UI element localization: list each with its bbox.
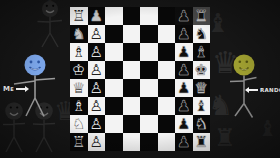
chess-piece[interactable]: ♟ — [177, 26, 190, 41]
chess-piece[interactable]: ♝ — [195, 98, 208, 113]
chess-piece[interactable]: ♙ — [90, 26, 103, 41]
chess-piece[interactable]: ♝ — [195, 44, 208, 59]
board-square[interactable] — [158, 115, 176, 133]
board-square[interactable]: ♟ — [175, 43, 193, 61]
board-square[interactable] — [123, 7, 141, 25]
board-square[interactable] — [140, 7, 158, 25]
board-square[interactable] — [140, 25, 158, 43]
chess-piece[interactable]: ♟ — [177, 98, 190, 113]
chess-piece[interactable]: ♙ — [90, 62, 103, 77]
chess-piece[interactable]: ♙ — [90, 98, 103, 113]
board-square[interactable]: ♗ — [70, 43, 88, 61]
board-square[interactable] — [158, 97, 176, 115]
board-square[interactable]: ♟ — [175, 97, 193, 115]
board-square[interactable]: ♘ — [70, 115, 88, 133]
board-square[interactable] — [123, 97, 141, 115]
chess-piece[interactable]: ♟ — [177, 80, 190, 95]
game-screen: ♝♛♞♜♛♟♝ — [0, 0, 280, 158]
board-square[interactable] — [105, 7, 123, 25]
chess-piece[interactable]: ♙ — [90, 80, 103, 95]
board-square[interactable]: ♟ — [175, 25, 193, 43]
board-square[interactable] — [140, 133, 158, 151]
board-square[interactable]: ♟ — [175, 79, 193, 97]
board-square[interactable]: ♕ — [70, 79, 88, 97]
chess-piece[interactable]: ♖ — [72, 8, 85, 23]
board-square[interactable]: ♙ — [88, 97, 106, 115]
board-square[interactable] — [123, 79, 141, 97]
player-left-figure — [10, 48, 60, 120]
label-random-text: RANDOM — [260, 87, 280, 93]
chess-piece[interactable]: ♕ — [72, 80, 85, 95]
board-square[interactable] — [123, 115, 141, 133]
board-square[interactable]: ♙ — [88, 61, 106, 79]
board-square[interactable]: ♝ — [193, 43, 211, 61]
chess-piece[interactable]: ♜ — [195, 8, 208, 23]
board-square[interactable]: ♟ — [175, 61, 193, 79]
board-square[interactable] — [158, 25, 176, 43]
board-square[interactable] — [105, 61, 123, 79]
board-square[interactable] — [105, 25, 123, 43]
board-square[interactable] — [105, 79, 123, 97]
board-square[interactable] — [140, 97, 158, 115]
board-square[interactable]: ♝ — [193, 97, 211, 115]
board-square[interactable] — [123, 43, 141, 61]
board-square[interactable]: ♗ — [70, 97, 88, 115]
label-me: Me — [3, 85, 25, 93]
blue-head — [25, 55, 46, 76]
chess-piece[interactable]: ♚ — [195, 62, 208, 77]
decorative-stick-figure — [38, 1, 63, 47]
board-square[interactable]: ♙ — [88, 43, 106, 61]
board-square[interactable]: ♖ — [70, 7, 88, 25]
board-square[interactable]: ♔ — [70, 61, 88, 79]
board-square[interactable] — [105, 43, 123, 61]
board-square[interactable]: ♜ — [193, 133, 211, 151]
chess-piece[interactable]: ♟ — [177, 116, 190, 131]
board-square[interactable] — [105, 133, 123, 151]
board-square[interactable] — [140, 79, 158, 97]
board-square[interactable] — [123, 61, 141, 79]
chess-piece[interactable]: ♘ — [72, 116, 85, 131]
board-square[interactable] — [158, 43, 176, 61]
chess-piece[interactable]: ♟ — [177, 62, 190, 77]
board-square[interactable]: ♙ — [88, 25, 106, 43]
chess-piece[interactable]: ♖ — [72, 134, 85, 149]
board-square[interactable]: ♟ — [175, 115, 193, 133]
chess-board[interactable]: ♖♟♟♜♞♙♟♞♗♙♟♝♔♙♟♚♕♙♟♛♗♙♟♝♘♙♟♞♖♙♟♜ — [70, 7, 210, 151]
chess-piece[interactable]: ♟ — [177, 8, 190, 23]
board-square[interactable] — [140, 43, 158, 61]
board-square[interactable]: ♞ — [193, 25, 211, 43]
board-square[interactable] — [140, 61, 158, 79]
chess-piece[interactable]: ♙ — [90, 44, 103, 59]
board-square[interactable]: ♟ — [175, 7, 193, 25]
chess-piece[interactable]: ♞ — [195, 26, 208, 41]
arrow-left-icon — [249, 89, 258, 91]
chess-piece[interactable]: ♞ — [195, 116, 208, 131]
board-square[interactable]: ♟ — [175, 133, 193, 151]
chess-piece[interactable]: ♛ — [195, 80, 208, 95]
board-square[interactable]: ♟ — [88, 7, 106, 25]
board-square[interactable]: ♖ — [70, 133, 88, 151]
label-me-text: Me — [3, 85, 14, 93]
green-head — [234, 55, 255, 76]
board-square[interactable] — [158, 79, 176, 97]
board-square[interactable] — [105, 115, 123, 133]
chess-piece[interactable]: ♟ — [177, 134, 190, 149]
chess-piece[interactable]: ♙ — [90, 116, 103, 131]
arrow-right-icon — [16, 88, 25, 90]
chess-piece[interactable]: ♞ — [72, 26, 85, 41]
chess-piece[interactable]: ♜ — [195, 134, 208, 149]
board-square[interactable] — [140, 115, 158, 133]
board-square[interactable]: ♙ — [88, 79, 106, 97]
board-square[interactable] — [158, 61, 176, 79]
board-square[interactable]: ♛ — [193, 79, 211, 97]
board-square[interactable]: ♙ — [88, 133, 106, 151]
board-square[interactable] — [123, 25, 141, 43]
board-square[interactable] — [158, 7, 176, 25]
board-square[interactable]: ♞ — [193, 115, 211, 133]
board-square[interactable]: ♜ — [193, 7, 211, 25]
chess-piece[interactable]: ♗ — [72, 98, 85, 113]
board-square[interactable]: ♚ — [193, 61, 211, 79]
chess-piece[interactable]: ♗ — [72, 44, 85, 59]
decorative-chess-sketch: ♜ — [214, 126, 236, 150]
board-square[interactable] — [123, 133, 141, 151]
chess-piece[interactable]: ♟ — [90, 8, 103, 23]
board-square[interactable] — [105, 97, 123, 115]
chess-piece[interactable]: ♔ — [72, 62, 85, 77]
board-square[interactable]: ♞ — [70, 25, 88, 43]
board-square[interactable] — [158, 133, 176, 151]
chess-piece[interactable]: ♙ — [90, 134, 103, 149]
label-random: RANDOM — [249, 87, 280, 93]
board-square[interactable]: ♙ — [88, 115, 106, 133]
decorative-chess-sketch: ♝ — [258, 118, 278, 140]
chess-piece[interactable]: ♟ — [177, 44, 190, 59]
